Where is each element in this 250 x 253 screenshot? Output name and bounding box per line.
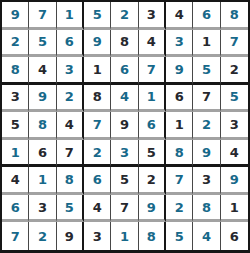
cell-r6c2[interactable]: 6 bbox=[29, 140, 56, 168]
cell-r3c5[interactable]: 6 bbox=[111, 57, 138, 85]
cell-r7c3[interactable]: 8 bbox=[57, 167, 84, 195]
cell-r4c1[interactable]: 3 bbox=[2, 85, 29, 113]
cell-r5c5[interactable]: 9 bbox=[111, 112, 138, 140]
cell-r6c8[interactable]: 9 bbox=[193, 140, 220, 168]
cell-r5c2[interactable]: 8 bbox=[29, 112, 56, 140]
cell-r4c8[interactable]: 7 bbox=[193, 85, 220, 113]
cell-r5c7[interactable]: 1 bbox=[166, 112, 193, 140]
cell-r7c6[interactable]: 2 bbox=[139, 167, 166, 195]
cell-r2c7[interactable]: 3 bbox=[166, 30, 193, 58]
cell-r9c7[interactable]: 5 bbox=[166, 222, 193, 250]
cell-r8c3[interactable]: 5 bbox=[57, 195, 84, 223]
cell-r6c5[interactable]: 3 bbox=[111, 140, 138, 168]
cell-r8c4[interactable]: 4 bbox=[84, 195, 111, 223]
cell-r9c5[interactable]: 1 bbox=[111, 222, 138, 250]
cell-r5c1[interactable]: 5 bbox=[2, 112, 29, 140]
cell-r7c2[interactable]: 1 bbox=[29, 167, 56, 195]
cell-r1c4[interactable]: 5 bbox=[84, 2, 111, 30]
cell-r7c8[interactable]: 3 bbox=[193, 167, 220, 195]
cell-r3c6[interactable]: 7 bbox=[139, 57, 166, 85]
cell-r1c2[interactable]: 7 bbox=[29, 2, 56, 30]
cell-r4c9[interactable]: 5 bbox=[221, 85, 248, 113]
cell-r1c7[interactable]: 4 bbox=[166, 2, 193, 30]
cell-r9c8[interactable]: 4 bbox=[193, 222, 220, 250]
cell-r9c6[interactable]: 8 bbox=[139, 222, 166, 250]
cell-r2c6[interactable]: 4 bbox=[139, 30, 166, 58]
cell-r7c4[interactable]: 6 bbox=[84, 167, 111, 195]
cell-r7c5[interactable]: 5 bbox=[111, 167, 138, 195]
cell-r6c3[interactable]: 7 bbox=[57, 140, 84, 168]
cell-r5c6[interactable]: 6 bbox=[139, 112, 166, 140]
cell-r5c9[interactable]: 3 bbox=[221, 112, 248, 140]
cell-r9c3[interactable]: 9 bbox=[57, 222, 84, 250]
cell-r4c6[interactable]: 1 bbox=[139, 85, 166, 113]
cell-r3c8[interactable]: 5 bbox=[193, 57, 220, 85]
cell-r3c2[interactable]: 4 bbox=[29, 57, 56, 85]
cell-r5c4[interactable]: 7 bbox=[84, 112, 111, 140]
cell-r2c5[interactable]: 8 bbox=[111, 30, 138, 58]
cell-r9c1[interactable]: 7 bbox=[2, 222, 29, 250]
cell-r6c4[interactable]: 2 bbox=[84, 140, 111, 168]
cell-r4c4[interactable]: 8 bbox=[84, 85, 111, 113]
sudoku-board: 9715234682569843178431679523928416755847… bbox=[0, 0, 250, 253]
cell-r8c1[interactable]: 6 bbox=[2, 195, 29, 223]
cell-r2c8[interactable]: 1 bbox=[193, 30, 220, 58]
cell-r8c6[interactable]: 9 bbox=[139, 195, 166, 223]
cell-r1c5[interactable]: 2 bbox=[111, 2, 138, 30]
cell-r7c9[interactable]: 9 bbox=[221, 167, 248, 195]
cell-r7c7[interactable]: 7 bbox=[166, 167, 193, 195]
cell-r4c2[interactable]: 9 bbox=[29, 85, 56, 113]
cell-r8c8[interactable]: 8 bbox=[193, 195, 220, 223]
cell-r2c1[interactable]: 2 bbox=[2, 30, 29, 58]
cell-r2c2[interactable]: 5 bbox=[29, 30, 56, 58]
cell-r2c3[interactable]: 6 bbox=[57, 30, 84, 58]
cell-r2c9[interactable]: 7 bbox=[221, 30, 248, 58]
cell-r4c3[interactable]: 2 bbox=[57, 85, 84, 113]
cell-r9c2[interactable]: 2 bbox=[29, 222, 56, 250]
cell-r1c1[interactable]: 9 bbox=[2, 2, 29, 30]
cell-r5c8[interactable]: 2 bbox=[193, 112, 220, 140]
cell-r5c3[interactable]: 4 bbox=[57, 112, 84, 140]
cell-r3c4[interactable]: 1 bbox=[84, 57, 111, 85]
cell-r1c3[interactable]: 1 bbox=[57, 2, 84, 30]
cell-r4c5[interactable]: 4 bbox=[111, 85, 138, 113]
cell-r3c7[interactable]: 9 bbox=[166, 57, 193, 85]
cell-r8c5[interactable]: 7 bbox=[111, 195, 138, 223]
cell-r1c9[interactable]: 8 bbox=[221, 2, 248, 30]
cell-r6c6[interactable]: 5 bbox=[139, 140, 166, 168]
cell-r1c6[interactable]: 3 bbox=[139, 2, 166, 30]
cell-r2c4[interactable]: 9 bbox=[84, 30, 111, 58]
cell-r6c7[interactable]: 8 bbox=[166, 140, 193, 168]
cell-r4c7[interactable]: 6 bbox=[166, 85, 193, 113]
cell-r1c8[interactable]: 6 bbox=[193, 2, 220, 30]
cell-r6c9[interactable]: 4 bbox=[221, 140, 248, 168]
cell-r3c3[interactable]: 3 bbox=[57, 57, 84, 85]
cell-r8c7[interactable]: 2 bbox=[166, 195, 193, 223]
cell-r6c1[interactable]: 1 bbox=[2, 140, 29, 168]
cell-r8c9[interactable]: 1 bbox=[221, 195, 248, 223]
cell-r7c1[interactable]: 4 bbox=[2, 167, 29, 195]
cell-r3c9[interactable]: 2 bbox=[221, 57, 248, 85]
cell-r3c1[interactable]: 8 bbox=[2, 57, 29, 85]
cell-r8c2[interactable]: 3 bbox=[29, 195, 56, 223]
cell-r9c4[interactable]: 3 bbox=[84, 222, 111, 250]
cell-r9c9[interactable]: 6 bbox=[221, 222, 248, 250]
